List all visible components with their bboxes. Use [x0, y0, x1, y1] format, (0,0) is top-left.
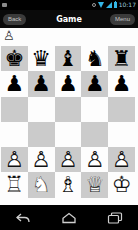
white-pawn-piece: ♙	[55, 147, 82, 172]
back-button[interactable]: Back	[3, 14, 26, 25]
black-pawn-piece: ♟	[1, 71, 28, 96]
white-pawn-piece: ♙	[108, 147, 135, 172]
square-b2[interactable]: ♟♙	[28, 147, 55, 172]
square-e1[interactable]: ♚♔	[108, 172, 135, 197]
square-b4[interactable]	[28, 97, 55, 122]
square-b5[interactable]: ♟	[28, 71, 55, 96]
chess-board: ♚♛♝♞♜♟♟♟♟♟♟♙♟♙♟♙♟♙♟♙♜♖♞♘♝♗♛♕♚♔	[1, 46, 135, 198]
black-knight-piece: ♞	[81, 46, 108, 71]
square-a3[interactable]	[1, 122, 28, 147]
white-queen-piece: ♕	[81, 172, 108, 197]
white-pawn-piece: ♙	[28, 147, 55, 172]
white-king-piece: ♔	[108, 172, 135, 197]
battery-icon	[114, 2, 117, 8]
back-icon[interactable]	[8, 209, 38, 227]
square-e2[interactable]: ♟♙	[108, 147, 135, 172]
white-pawn-piece: ♙	[81, 147, 108, 172]
black-bishop-piece: ♝	[55, 46, 82, 71]
signal-icon	[106, 2, 112, 8]
square-c5[interactable]: ♟	[55, 71, 82, 96]
status-bar: 10:17	[0, 0, 138, 10]
square-d1[interactable]: ♛♕	[81, 172, 108, 197]
black-queen-piece: ♛	[28, 46, 55, 71]
square-c6[interactable]: ♝	[55, 46, 82, 71]
square-e5[interactable]: ♟	[108, 71, 135, 96]
square-e4[interactable]	[108, 97, 135, 122]
square-b6[interactable]: ♛	[28, 46, 55, 71]
square-d5[interactable]: ♟	[81, 71, 108, 96]
black-pawn-piece: ♟	[28, 71, 55, 96]
home-icon[interactable]	[54, 209, 84, 227]
wifi-icon	[98, 2, 104, 8]
black-pawn-piece: ♟	[81, 71, 108, 96]
black-pawn-piece: ♟	[55, 71, 82, 96]
square-b3[interactable]	[28, 122, 55, 147]
clock-circle-icon	[92, 3, 96, 7]
square-d3[interactable]	[81, 122, 108, 147]
white-pawn-turn-indicator-icon: ♙	[3, 29, 15, 43]
square-c4[interactable]	[55, 97, 82, 122]
content-area: ♙ ♚♛♝♞♜♟♟♟♟♟♟♙♟♙♟♙♟♙♟♙♜♖♞♘♝♗♛♕♚♔	[0, 28, 138, 205]
notification-icon	[2, 3, 7, 7]
square-a4[interactable]	[1, 97, 28, 122]
status-time: 10:17	[119, 0, 136, 10]
square-d2[interactable]: ♟♙	[81, 147, 108, 172]
square-a1[interactable]: ♜♖	[1, 172, 28, 197]
square-a6[interactable]: ♚	[1, 46, 28, 71]
square-c3[interactable]	[55, 122, 82, 147]
square-d4[interactable]	[81, 97, 108, 122]
square-a2[interactable]: ♟♙	[1, 147, 28, 172]
header-bar: Back Game Menu	[0, 10, 138, 28]
white-rook-piece: ♖	[1, 172, 28, 197]
square-a5[interactable]: ♟	[1, 71, 28, 96]
square-e3[interactable]	[108, 122, 135, 147]
white-knight-piece: ♘	[28, 172, 55, 197]
black-pawn-piece: ♟	[108, 71, 135, 96]
android-nav-bar	[0, 205, 138, 230]
square-c1[interactable]: ♝♗	[55, 172, 82, 197]
square-e6[interactable]: ♜	[108, 46, 135, 71]
black-king-piece: ♚	[1, 46, 28, 71]
recents-icon[interactable]	[100, 209, 130, 227]
square-d6[interactable]: ♞	[81, 46, 108, 71]
menu-button[interactable]: Menu	[110, 14, 135, 25]
black-rook-piece: ♜	[108, 46, 135, 71]
square-b1[interactable]: ♞♘	[28, 172, 55, 197]
square-c2[interactable]: ♟♙	[55, 147, 82, 172]
white-bishop-piece: ♗	[55, 172, 82, 197]
white-pawn-piece: ♙	[1, 147, 28, 172]
